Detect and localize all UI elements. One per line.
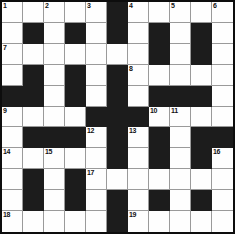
grid-cell[interactable] bbox=[149, 65, 170, 86]
block-cell bbox=[191, 148, 212, 169]
grid-cell[interactable] bbox=[86, 211, 107, 232]
block-cell bbox=[2, 86, 23, 107]
block-cell bbox=[107, 107, 128, 128]
clue-number: 9 bbox=[3, 107, 7, 115]
block-cell bbox=[107, 190, 128, 211]
grid-cell[interactable] bbox=[44, 23, 65, 44]
grid-cell[interactable] bbox=[23, 148, 44, 169]
block-cell bbox=[65, 190, 86, 211]
grid-cell[interactable] bbox=[170, 169, 191, 190]
block-cell bbox=[23, 23, 44, 44]
grid-cell[interactable] bbox=[65, 211, 86, 232]
grid-cell[interactable] bbox=[128, 86, 149, 107]
clue-number: 14 bbox=[3, 148, 10, 156]
grid-cell[interactable] bbox=[23, 211, 44, 232]
grid-cell[interactable] bbox=[149, 211, 170, 232]
clue-number: 10 bbox=[150, 107, 157, 115]
grid-cell[interactable] bbox=[44, 107, 65, 128]
block-cell bbox=[212, 127, 233, 148]
clue-number: 15 bbox=[45, 148, 52, 156]
grid-cell[interactable] bbox=[128, 44, 149, 65]
clue-number: 8 bbox=[129, 65, 133, 73]
block-cell bbox=[23, 127, 44, 148]
block-cell bbox=[191, 86, 212, 107]
grid-cell[interactable] bbox=[107, 169, 128, 190]
block-cell bbox=[170, 86, 191, 107]
clue-number: 1 bbox=[3, 2, 7, 10]
grid-cell[interactable]: 16 bbox=[212, 148, 233, 169]
block-cell bbox=[107, 65, 128, 86]
grid-cell[interactable]: 8 bbox=[128, 65, 149, 86]
grid-cell[interactable] bbox=[191, 211, 212, 232]
grid-cell[interactable] bbox=[170, 44, 191, 65]
block-cell bbox=[149, 44, 170, 65]
block-cell bbox=[149, 86, 170, 107]
grid-cell[interactable] bbox=[170, 127, 191, 148]
grid-cell[interactable]: 4 bbox=[128, 2, 149, 23]
grid-cell[interactable] bbox=[128, 148, 149, 169]
clue-number: 12 bbox=[87, 127, 94, 135]
grid-cell[interactable]: 3 bbox=[86, 2, 107, 23]
grid-cell[interactable] bbox=[44, 44, 65, 65]
grid-cell[interactable] bbox=[65, 148, 86, 169]
grid-cell[interactable]: 15 bbox=[44, 148, 65, 169]
grid-cell[interactable] bbox=[65, 44, 86, 65]
clue-number: 17 bbox=[87, 169, 94, 177]
block-cell bbox=[191, 44, 212, 65]
grid-cell[interactable]: 18 bbox=[2, 211, 23, 232]
block-cell bbox=[107, 86, 128, 107]
block-cell bbox=[128, 107, 149, 128]
clue-number: 16 bbox=[213, 148, 220, 156]
grid-cell[interactable] bbox=[2, 169, 23, 190]
clue-number: 18 bbox=[3, 211, 10, 219]
grid-cell[interactable] bbox=[44, 169, 65, 190]
clue-number: 13 bbox=[129, 127, 136, 135]
grid-cell[interactable] bbox=[191, 2, 212, 23]
grid-cell[interactable] bbox=[128, 190, 149, 211]
block-cell bbox=[107, 2, 128, 23]
grid-cell[interactable] bbox=[170, 148, 191, 169]
block-cell bbox=[44, 127, 65, 148]
clue-number: 5 bbox=[171, 2, 175, 10]
grid-cell[interactable] bbox=[44, 211, 65, 232]
block-cell bbox=[107, 23, 128, 44]
grid-cell[interactable] bbox=[128, 169, 149, 190]
grid-cell[interactable] bbox=[86, 23, 107, 44]
grid-cell[interactable]: 7 bbox=[2, 44, 23, 65]
grid-cell[interactable]: 11 bbox=[170, 107, 191, 128]
block-cell bbox=[107, 148, 128, 169]
grid-cell[interactable]: 19 bbox=[128, 211, 149, 232]
block-cell bbox=[149, 127, 170, 148]
block-cell bbox=[107, 211, 128, 232]
block-cell bbox=[149, 190, 170, 211]
clue-number: 4 bbox=[129, 2, 133, 10]
grid-cell[interactable]: 10 bbox=[149, 107, 170, 128]
clue-number: 6 bbox=[213, 2, 217, 10]
grid-cell[interactable] bbox=[212, 23, 233, 44]
grid-cell[interactable]: 9 bbox=[2, 107, 23, 128]
clue-number: 2 bbox=[45, 2, 49, 10]
grid-cell[interactable]: 17 bbox=[86, 169, 107, 190]
grid-cell[interactable] bbox=[86, 148, 107, 169]
block-cell bbox=[65, 169, 86, 190]
grid-cell[interactable] bbox=[23, 107, 44, 128]
block-cell bbox=[191, 23, 212, 44]
grid-cell[interactable] bbox=[44, 86, 65, 107]
grid-cell[interactable] bbox=[2, 190, 23, 211]
block-cell bbox=[23, 86, 44, 107]
page: 12345678910111213141516171819 bbox=[0, 0, 235, 234]
grid-cell[interactable] bbox=[191, 169, 212, 190]
block-cell bbox=[65, 86, 86, 107]
grid-cell[interactable] bbox=[44, 190, 65, 211]
grid-cell[interactable] bbox=[86, 44, 107, 65]
grid-cell[interactable] bbox=[65, 107, 86, 128]
grid-cell[interactable] bbox=[212, 190, 233, 211]
grid-cell[interactable] bbox=[149, 169, 170, 190]
block-cell bbox=[65, 23, 86, 44]
grid-cell[interactable] bbox=[212, 169, 233, 190]
grid-cell[interactable] bbox=[212, 86, 233, 107]
grid-cell[interactable] bbox=[212, 107, 233, 128]
block-cell bbox=[107, 127, 128, 148]
block-cell bbox=[149, 23, 170, 44]
block-cell bbox=[23, 65, 44, 86]
grid-cell[interactable] bbox=[86, 65, 107, 86]
block-cell bbox=[149, 148, 170, 169]
grid-cell[interactable] bbox=[86, 190, 107, 211]
block-cell bbox=[86, 107, 107, 128]
block-cell bbox=[191, 127, 212, 148]
grid-cell[interactable]: 14 bbox=[2, 148, 23, 169]
grid-cell[interactable] bbox=[2, 127, 23, 148]
grid-cell[interactable] bbox=[170, 65, 191, 86]
crossword-board: 12345678910111213141516171819 bbox=[0, 0, 235, 234]
clue-number: 11 bbox=[171, 107, 178, 115]
block-cell bbox=[191, 190, 212, 211]
grid-cell[interactable] bbox=[44, 65, 65, 86]
grid-cell[interactable]: 6 bbox=[212, 2, 233, 23]
grid-cell[interactable] bbox=[191, 107, 212, 128]
clue-number: 19 bbox=[129, 211, 136, 219]
grid-cell[interactable] bbox=[128, 23, 149, 44]
clue-number: 7 bbox=[3, 44, 7, 52]
grid-cell[interactable] bbox=[212, 65, 233, 86]
grid-cell[interactable]: 12 bbox=[86, 127, 107, 148]
grid-cell[interactable]: 5 bbox=[170, 2, 191, 23]
block-cell bbox=[23, 190, 44, 211]
grid-cell[interactable] bbox=[170, 23, 191, 44]
grid-cell[interactable]: 2 bbox=[44, 2, 65, 23]
grid-cell[interactable] bbox=[65, 2, 86, 23]
grid-cell[interactable] bbox=[2, 23, 23, 44]
grid-cell[interactable] bbox=[23, 2, 44, 23]
grid-cell[interactable] bbox=[23, 44, 44, 65]
clue-number: 3 bbox=[87, 2, 91, 10]
grid-cell[interactable] bbox=[212, 211, 233, 232]
grid-cell[interactable] bbox=[86, 86, 107, 107]
block-cell bbox=[65, 65, 86, 86]
grid-cell[interactable] bbox=[149, 2, 170, 23]
block-cell bbox=[23, 169, 44, 190]
grid-cell[interactable]: 1 bbox=[2, 2, 23, 23]
grid-cell[interactable] bbox=[212, 44, 233, 65]
grid-cell[interactable]: 13 bbox=[128, 127, 149, 148]
grid-cell[interactable] bbox=[170, 211, 191, 232]
grid-cell[interactable] bbox=[107, 44, 128, 65]
grid-cell[interactable] bbox=[2, 65, 23, 86]
block-cell bbox=[65, 127, 86, 148]
grid-cell[interactable] bbox=[170, 190, 191, 211]
grid-cell[interactable] bbox=[191, 65, 212, 86]
